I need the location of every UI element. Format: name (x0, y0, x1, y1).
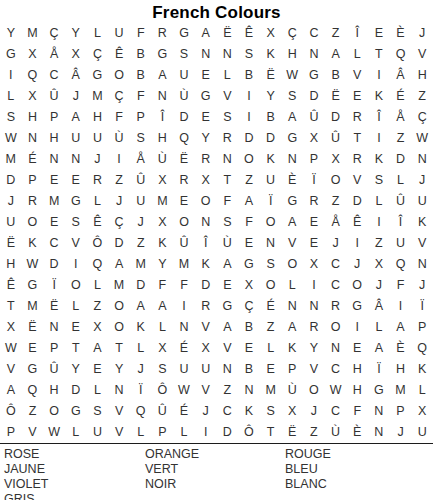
grid-cell[interactable]: Ê (0, 275, 22, 296)
grid-cell[interactable]: P (303, 148, 325, 169)
grid-cell[interactable]: H (87, 106, 109, 127)
grid-cell[interactable]: I (173, 296, 195, 317)
grid-cell[interactable]: C (325, 401, 347, 422)
grid-cell[interactable]: R (152, 22, 174, 43)
grid-cell[interactable]: Ç (108, 211, 130, 232)
grid-cell[interactable]: Z (303, 422, 325, 443)
grid-cell[interactable]: K (22, 232, 44, 253)
grid-cell[interactable]: Ê (87, 211, 109, 232)
grid-cell[interactable]: L (130, 338, 152, 359)
grid-cell[interactable]: I (0, 64, 22, 85)
grid-cell[interactable]: O (173, 211, 195, 232)
grid-cell[interactable]: N (368, 422, 390, 443)
grid-cell[interactable]: S (152, 359, 174, 380)
grid-cell[interactable]: A (281, 106, 303, 127)
grid-cell[interactable]: N (65, 148, 87, 169)
grid-cell[interactable]: W (43, 422, 65, 443)
grid-cell[interactable]: O (108, 64, 130, 85)
grid-cell[interactable]: T (108, 338, 130, 359)
grid-cell[interactable]: Û (43, 359, 65, 380)
grid-cell[interactable]: N (303, 296, 325, 317)
grid-cell[interactable]: M (87, 85, 109, 106)
grid-cell[interactable]: F (346, 401, 368, 422)
grid-cell[interactable]: Û (173, 232, 195, 253)
grid-cell[interactable]: O (325, 169, 347, 190)
grid-cell[interactable]: Z (368, 232, 390, 253)
grid-cell[interactable]: Z (260, 317, 282, 338)
grid-cell[interactable]: O (43, 401, 65, 422)
grid-cell[interactable]: I (368, 211, 390, 232)
grid-cell[interactable]: U (195, 359, 217, 380)
grid-cell[interactable]: E (303, 232, 325, 253)
grid-cell[interactable]: R (173, 169, 195, 190)
grid-cell[interactable]: È (390, 22, 412, 43)
grid-cell[interactable]: N (411, 254, 433, 275)
grid-cell[interactable]: Ë (216, 22, 238, 43)
grid-cell[interactable]: V (108, 422, 130, 443)
grid-cell[interactable]: Ë (0, 232, 22, 253)
grid-cell[interactable]: J (346, 254, 368, 275)
grid-cell[interactable]: G (303, 64, 325, 85)
grid-cell[interactable]: C (216, 401, 238, 422)
grid-cell[interactable]: X (152, 169, 174, 190)
grid-cell[interactable]: S (173, 43, 195, 64)
grid-cell[interactable]: I (238, 85, 260, 106)
grid-cell[interactable]: U (260, 169, 282, 190)
grid-cell[interactable]: T (260, 422, 282, 443)
grid-cell[interactable]: É (390, 85, 412, 106)
grid-cell[interactable]: Q (130, 401, 152, 422)
grid-cell[interactable]: Ô (0, 401, 22, 422)
grid-cell[interactable]: M (390, 380, 412, 401)
grid-cell[interactable]: G (22, 275, 44, 296)
grid-cell[interactable]: X (303, 254, 325, 275)
grid-cell[interactable]: N (281, 148, 303, 169)
grid-cell[interactable]: T (65, 338, 87, 359)
grid-cell[interactable]: B (238, 359, 260, 380)
grid-cell[interactable]: Î (195, 232, 217, 253)
grid-cell[interactable]: L (368, 190, 390, 211)
grid-cell[interactable]: Ê (346, 211, 368, 232)
grid-cell[interactable]: E (195, 64, 217, 85)
grid-cell[interactable]: D (238, 127, 260, 148)
grid-cell[interactable]: Ç (108, 85, 130, 106)
grid-cell[interactable]: D (216, 422, 238, 443)
grid-cell[interactable]: Y (65, 22, 87, 43)
grid-cell[interactable]: L (130, 422, 152, 443)
grid-cell[interactable]: I (303, 275, 325, 296)
grid-cell[interactable]: Ç (43, 22, 65, 43)
grid-cell[interactable]: Ù (173, 85, 195, 106)
grid-cell[interactable]: Z (325, 190, 347, 211)
grid-cell[interactable]: K (195, 254, 217, 275)
grid-cell[interactable]: D (173, 106, 195, 127)
grid-cell[interactable]: K (281, 338, 303, 359)
grid-cell[interactable]: R (87, 169, 109, 190)
grid-cell[interactable]: J (108, 190, 130, 211)
grid-cell[interactable]: J (130, 359, 152, 380)
grid-cell[interactable]: L (173, 422, 195, 443)
grid-cell[interactable]: Ê (108, 43, 130, 64)
grid-cell[interactable]: K (238, 401, 260, 422)
grid-cell[interactable]: K (411, 211, 433, 232)
grid-cell[interactable]: N (238, 380, 260, 401)
grid-cell[interactable]: A (238, 190, 260, 211)
grid-cell[interactable]: E (43, 211, 65, 232)
grid-cell[interactable]: J (411, 275, 433, 296)
grid-cell[interactable]: Q (22, 380, 44, 401)
grid-cell[interactable]: R (22, 190, 44, 211)
grid-cell[interactable]: R (216, 127, 238, 148)
grid-cell[interactable]: G (0, 43, 22, 64)
grid-cell[interactable]: N (368, 401, 390, 422)
grid-cell[interactable]: J (0, 190, 22, 211)
grid-cell[interactable]: Y (108, 359, 130, 380)
grid-cell[interactable]: E (216, 275, 238, 296)
grid-cell[interactable]: D (0, 169, 22, 190)
grid-cell[interactable]: X (281, 401, 303, 422)
grid-cell[interactable]: N (173, 317, 195, 338)
grid-cell[interactable]: Q (411, 338, 433, 359)
grid-cell[interactable]: I (238, 106, 260, 127)
grid-cell[interactable]: Î (390, 211, 412, 232)
grid-cell[interactable]: Å (325, 211, 347, 232)
grid-cell[interactable]: J (303, 401, 325, 422)
grid-cell[interactable]: L (281, 275, 303, 296)
grid-cell[interactable]: E (346, 85, 368, 106)
grid-cell[interactable]: X (152, 338, 174, 359)
grid-cell[interactable]: S (216, 211, 238, 232)
grid-cell[interactable]: U (87, 127, 109, 148)
grid-cell[interactable]: E (303, 211, 325, 232)
grid-cell[interactable]: D (130, 275, 152, 296)
grid-cell[interactable]: O (325, 317, 347, 338)
grid-cell[interactable]: X (0, 317, 22, 338)
grid-cell[interactable]: Ç (411, 106, 433, 127)
grid-cell[interactable]: Ï (368, 359, 390, 380)
grid-cell[interactable]: J (390, 422, 412, 443)
grid-cell[interactable]: M (130, 254, 152, 275)
grid-cell[interactable]: W (281, 64, 303, 85)
grid-cell[interactable]: É (173, 338, 195, 359)
grid-cell[interactable]: Ô (238, 422, 260, 443)
grid-cell[interactable]: N (260, 232, 282, 253)
grid-cell[interactable]: D (303, 85, 325, 106)
grid-cell[interactable]: V (216, 85, 238, 106)
grid-cell[interactable]: A (390, 317, 412, 338)
grid-cell[interactable]: V (0, 359, 22, 380)
grid-cell[interactable]: F (130, 22, 152, 43)
grid-cell[interactable]: D (390, 148, 412, 169)
grid-cell[interactable]: V (281, 232, 303, 253)
grid-cell[interactable]: P (390, 401, 412, 422)
grid-cell[interactable]: X (325, 148, 347, 169)
grid-cell[interactable]: U (65, 127, 87, 148)
grid-cell[interactable]: V (346, 64, 368, 85)
grid-cell[interactable]: Å (43, 43, 65, 64)
grid-cell[interactable]: Z (108, 169, 130, 190)
grid-cell[interactable]: U (173, 359, 195, 380)
grid-cell[interactable]: X (65, 43, 87, 64)
grid-cell[interactable]: H (346, 380, 368, 401)
grid-cell[interactable]: A (65, 106, 87, 127)
grid-cell[interactable]: N (216, 43, 238, 64)
grid-cell[interactable]: O (108, 317, 130, 338)
grid-cell[interactable]: Ë (173, 148, 195, 169)
grid-cell[interactable]: G (65, 401, 87, 422)
grid-cell[interactable]: L (87, 190, 109, 211)
grid-cell[interactable]: R (303, 317, 325, 338)
grid-cell[interactable]: S (65, 211, 87, 232)
grid-cell[interactable]: O (281, 254, 303, 275)
grid-cell[interactable]: N (43, 148, 65, 169)
grid-cell[interactable]: C (303, 22, 325, 43)
grid-cell[interactable]: P (281, 359, 303, 380)
grid-cell[interactable]: G (368, 380, 390, 401)
grid-cell[interactable]: C (43, 232, 65, 253)
grid-cell[interactable]: M (173, 254, 195, 275)
grid-cell[interactable]: C (325, 359, 347, 380)
grid-cell[interactable]: Z (87, 296, 109, 317)
grid-cell[interactable]: P (0, 422, 22, 443)
grid-cell[interactable]: N (22, 127, 44, 148)
grid-cell[interactable]: Ù (216, 232, 238, 253)
grid-cell[interactable]: A (87, 338, 109, 359)
grid-cell[interactable]: A (130, 296, 152, 317)
grid-cell[interactable]: T (346, 127, 368, 148)
grid-cell[interactable]: U (108, 22, 130, 43)
grid-cell[interactable]: M (22, 296, 44, 317)
grid-cell[interactable]: X (303, 127, 325, 148)
grid-cell[interactable]: Ï (43, 275, 65, 296)
grid-cell[interactable]: L (390, 169, 412, 190)
grid-cell[interactable]: I (368, 127, 390, 148)
grid-cell[interactable]: N (411, 148, 433, 169)
grid-cell[interactable]: X (368, 254, 390, 275)
grid-cell[interactable]: R (195, 296, 217, 317)
grid-cell[interactable]: U (0, 211, 22, 232)
grid-cell[interactable]: A (281, 211, 303, 232)
grid-cell[interactable]: F (173, 275, 195, 296)
grid-cell[interactable]: S (281, 85, 303, 106)
grid-cell[interactable]: Z (238, 169, 260, 190)
grid-cell[interactable]: S (238, 43, 260, 64)
grid-cell[interactable]: Ù (281, 380, 303, 401)
grid-cell[interactable]: Z (130, 232, 152, 253)
grid-cell[interactable]: M (108, 275, 130, 296)
grid-cell[interactable]: L (65, 296, 87, 317)
grid-cell[interactable]: E (43, 169, 65, 190)
grid-cell[interactable]: G (281, 127, 303, 148)
grid-cell[interactable]: L (260, 338, 282, 359)
grid-cell[interactable]: B (130, 43, 152, 64)
grid-cell[interactable]: Å (130, 148, 152, 169)
grid-cell[interactable]: U (411, 422, 433, 443)
grid-cell[interactable]: N (195, 43, 217, 64)
grid-cell[interactable]: G (216, 296, 238, 317)
grid-cell[interactable]: J (368, 275, 390, 296)
grid-cell[interactable]: G (238, 254, 260, 275)
grid-cell[interactable]: X (195, 169, 217, 190)
grid-cell[interactable]: T (0, 296, 22, 317)
grid-cell[interactable]: D (260, 127, 282, 148)
grid-cell[interactable]: Z (390, 127, 412, 148)
grid-cell[interactable]: Ë (260, 64, 282, 85)
grid-cell[interactable]: E (368, 22, 390, 43)
grid-cell[interactable]: V (195, 380, 217, 401)
grid-cell[interactable]: K (260, 43, 282, 64)
grid-cell[interactable]: G (195, 85, 217, 106)
grid-cell[interactable]: U (390, 232, 412, 253)
grid-cell[interactable]: V (65, 232, 87, 253)
grid-cell[interactable]: E (195, 106, 217, 127)
grid-cell[interactable]: N (216, 148, 238, 169)
grid-cell[interactable]: É (260, 296, 282, 317)
grid-cell[interactable]: Ë (43, 296, 65, 317)
grid-cell[interactable]: H (0, 254, 22, 275)
grid-cell[interactable]: S (216, 106, 238, 127)
grid-cell[interactable]: Ç (87, 43, 109, 64)
grid-cell[interactable]: A (325, 43, 347, 64)
grid-cell[interactable]: Û (325, 127, 347, 148)
grid-cell[interactable]: J (130, 211, 152, 232)
grid-cell[interactable]: E (238, 338, 260, 359)
grid-cell[interactable]: È (346, 422, 368, 443)
grid-cell[interactable]: P (22, 169, 44, 190)
grid-cell[interactable]: V (346, 169, 368, 190)
grid-cell[interactable]: B (130, 64, 152, 85)
grid-cell[interactable]: U (87, 422, 109, 443)
grid-cell[interactable]: Ï (130, 380, 152, 401)
grid-cell[interactable]: E (238, 232, 260, 253)
grid-cell[interactable]: O (260, 211, 282, 232)
grid-cell[interactable]: D (108, 232, 130, 253)
grid-cell[interactable]: Ù (108, 127, 130, 148)
grid-cell[interactable]: B (238, 317, 260, 338)
grid-cell[interactable]: N (216, 359, 238, 380)
grid-cell[interactable]: V (303, 359, 325, 380)
grid-cell[interactable]: L (152, 317, 174, 338)
grid-cell[interactable]: Y (195, 127, 217, 148)
grid-cell[interactable]: Ô (152, 380, 174, 401)
grid-cell[interactable]: G (22, 359, 44, 380)
grid-cell[interactable]: G (173, 22, 195, 43)
grid-cell[interactable]: A (216, 254, 238, 275)
grid-cell[interactable]: O (303, 380, 325, 401)
grid-cell[interactable]: X (22, 85, 44, 106)
grid-cell[interactable]: M (0, 148, 22, 169)
grid-cell[interactable]: W (22, 254, 44, 275)
grid-cell[interactable]: Â (368, 296, 390, 317)
grid-cell[interactable]: Ï (303, 169, 325, 190)
grid-cell[interactable]: W (0, 338, 22, 359)
grid-cell[interactable]: N (325, 338, 347, 359)
grid-cell[interactable]: Z (325, 22, 347, 43)
grid-cell[interactable]: Û (152, 401, 174, 422)
grid-cell[interactable]: K (368, 148, 390, 169)
grid-cell[interactable]: C (325, 254, 347, 275)
grid-cell[interactable]: D (65, 380, 87, 401)
grid-cell[interactable]: N (108, 380, 130, 401)
grid-cell[interactable]: Ç (238, 296, 260, 317)
grid-cell[interactable]: Q (173, 127, 195, 148)
grid-cell[interactable]: K (411, 359, 433, 380)
grid-cell[interactable]: E (346, 338, 368, 359)
grid-cell[interactable]: Ë (281, 422, 303, 443)
grid-cell[interactable]: H (346, 359, 368, 380)
grid-cell[interactable]: A (368, 338, 390, 359)
grid-cell[interactable]: Y (303, 338, 325, 359)
grid-cell[interactable]: F (238, 211, 260, 232)
grid-cell[interactable]: L (346, 43, 368, 64)
grid-cell[interactable]: Ù (152, 148, 174, 169)
grid-cell[interactable]: Ù (325, 422, 347, 443)
grid-cell[interactable]: A (152, 296, 174, 317)
grid-cell[interactable]: A (281, 317, 303, 338)
grid-cell[interactable]: O (346, 275, 368, 296)
grid-cell[interactable]: Ï (411, 296, 433, 317)
grid-cell[interactable]: L (411, 380, 433, 401)
grid-cell[interactable]: S (260, 401, 282, 422)
grid-cell[interactable]: V (216, 338, 238, 359)
grid-cell[interactable]: N (152, 85, 174, 106)
grid-cell[interactable]: L (87, 380, 109, 401)
grid-cell[interactable]: Â (390, 64, 412, 85)
grid-cell[interactable]: W (411, 127, 433, 148)
grid-cell[interactable]: R (195, 148, 217, 169)
grid-cell[interactable]: M (152, 190, 174, 211)
grid-cell[interactable]: G (152, 43, 174, 64)
grid-cell[interactable]: Z (216, 380, 238, 401)
grid-cell[interactable]: R (346, 106, 368, 127)
grid-cell[interactable]: L (87, 22, 109, 43)
grid-cell[interactable]: W (173, 380, 195, 401)
grid-cell[interactable]: Â (65, 64, 87, 85)
grid-cell[interactable]: Û (390, 190, 412, 211)
grid-cell[interactable]: O (238, 148, 260, 169)
grid-cell[interactable]: F (152, 275, 174, 296)
grid-cell[interactable]: S (0, 106, 22, 127)
grid-cell[interactable]: H (390, 359, 412, 380)
grid-cell[interactable]: W (325, 380, 347, 401)
grid-cell[interactable]: T (368, 43, 390, 64)
grid-cell[interactable]: X (152, 211, 174, 232)
grid-cell[interactable]: È (390, 338, 412, 359)
grid-cell[interactable]: X (22, 43, 44, 64)
grid-cell[interactable]: R (303, 190, 325, 211)
grid-cell[interactable]: Ë (22, 317, 44, 338)
grid-cell[interactable]: P (43, 338, 65, 359)
grid-cell[interactable]: M (22, 22, 44, 43)
grid-cell[interactable]: Û (130, 169, 152, 190)
grid-cell[interactable]: R (325, 296, 347, 317)
grid-cell[interactable]: Û (43, 85, 65, 106)
grid-cell[interactable]: S (368, 169, 390, 190)
grid-cell[interactable]: Q (22, 64, 44, 85)
grid-cell[interactable]: H (43, 380, 65, 401)
grid-cell[interactable]: M (260, 380, 282, 401)
grid-cell[interactable]: E (173, 190, 195, 211)
grid-cell[interactable]: N (303, 43, 325, 64)
grid-cell[interactable]: O (108, 296, 130, 317)
grid-cell[interactable]: C (43, 64, 65, 85)
grid-cell[interactable]: F (390, 275, 412, 296)
grid-cell[interactable]: X (87, 317, 109, 338)
grid-cell[interactable]: O (195, 190, 217, 211)
grid-cell[interactable]: O (65, 275, 87, 296)
grid-cell[interactable]: I (368, 64, 390, 85)
grid-cell[interactable]: P (152, 422, 174, 443)
